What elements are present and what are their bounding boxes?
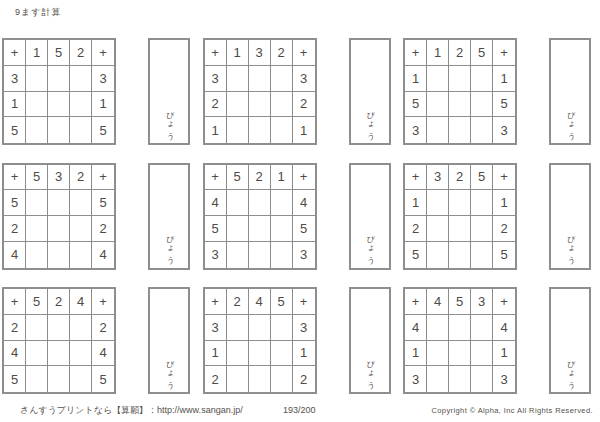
operator-cell: + (493, 289, 515, 315)
time-unit-label: びょう (164, 230, 175, 260)
row-header-cell: 5 (405, 242, 427, 268)
answer-cell (271, 242, 293, 268)
row-header-cell: 3 (293, 66, 315, 92)
row-header-cell: 5 (293, 216, 315, 242)
answer-cell (70, 315, 92, 341)
time-box: びょう (549, 163, 591, 270)
worksheet-page: 9ます計算 +152+331155 びょう +132+332211 びょう +1… (0, 0, 600, 422)
answer-cell (471, 66, 493, 92)
answer-cell (427, 242, 449, 268)
row-header-cell: 3 (205, 66, 227, 92)
row-header-cell: 4 (92, 242, 114, 268)
answer-cell (449, 92, 471, 118)
page-number: 193/200 (283, 405, 316, 415)
answer-cell (249, 117, 271, 143)
calculation-grid: +524+224455 (2, 287, 116, 394)
col-header-cell: 4 (249, 289, 271, 315)
answer-cell (427, 66, 449, 92)
puzzle-unit-3: +125+115533 びょう (403, 38, 600, 145)
row-header-cell: 3 (205, 242, 227, 268)
answer-cell (48, 341, 70, 367)
row-header-cell: 4 (92, 341, 114, 367)
row-header-cell: 5 (92, 190, 114, 216)
operator-cell: + (293, 165, 315, 191)
answer-cell (427, 216, 449, 242)
answer-cell (227, 92, 249, 118)
row-header-cell: 2 (405, 216, 427, 242)
answer-cell (271, 117, 293, 143)
row-header-cell: 5 (92, 366, 114, 392)
col-header-cell: 1 (271, 165, 293, 191)
time-unit-label: びょう (164, 106, 175, 136)
row-header-cell: 5 (405, 92, 427, 118)
answer-cell (48, 242, 70, 268)
answer-cell (26, 216, 48, 242)
answer-cell (70, 366, 92, 392)
col-header-cell: 5 (471, 165, 493, 191)
answer-cell (271, 92, 293, 118)
answer-cell (48, 216, 70, 242)
time-unit-label: びょう (364, 355, 375, 385)
answer-cell (26, 92, 48, 118)
answer-cell (70, 92, 92, 118)
operator-cell: + (493, 165, 515, 191)
col-header-cell: 2 (70, 40, 92, 66)
answer-cell (471, 117, 493, 143)
time-unit-label: びょう (565, 230, 576, 260)
col-header-cell: 3 (427, 165, 449, 191)
answer-cell (227, 315, 249, 341)
col-header-cell: 2 (70, 165, 92, 191)
row-header-cell: 1 (493, 66, 515, 92)
row-header-cell: 3 (493, 117, 515, 143)
row-header-cell: 1 (405, 341, 427, 367)
answer-cell (48, 66, 70, 92)
col-header-cell: 5 (26, 289, 48, 315)
row-header-cell: 1 (293, 117, 315, 143)
col-header-cell: 1 (427, 40, 449, 66)
answer-cell (427, 92, 449, 118)
operator-cell: + (205, 165, 227, 191)
answer-cell (249, 216, 271, 242)
operator-cell: + (92, 165, 114, 191)
row-header-cell: 3 (293, 315, 315, 341)
answer-cell (427, 341, 449, 367)
puzzle-unit-6: +325+112255 びょう (403, 163, 600, 270)
answer-cell (449, 117, 471, 143)
answer-cell (70, 242, 92, 268)
col-header-cell: 5 (471, 40, 493, 66)
time-unit-label: びょう (565, 355, 576, 385)
row-header-cell: 5 (4, 117, 26, 143)
row-header-cell: 3 (405, 366, 427, 392)
row-header-cell: 1 (405, 190, 427, 216)
time-box: びょう (549, 38, 591, 145)
operator-cell: + (4, 165, 26, 191)
answer-cell (427, 117, 449, 143)
answer-cell (48, 366, 70, 392)
answer-cell (26, 117, 48, 143)
time-box: びょう (349, 287, 391, 394)
col-header-cell: 4 (427, 289, 449, 315)
answer-cell (227, 216, 249, 242)
row-header-cell: 5 (4, 366, 26, 392)
answer-cell (471, 315, 493, 341)
answer-cell (249, 66, 271, 92)
row-header-cell: 2 (92, 216, 114, 242)
col-header-cell: 5 (449, 289, 471, 315)
puzzle-unit-7: +524+224455 びょう (2, 287, 202, 394)
puzzle-unit-8: +245+331122 びょう (203, 287, 403, 394)
col-header-cell: 1 (227, 40, 249, 66)
page-title: 9ます計算 (15, 6, 61, 19)
answer-cell (449, 190, 471, 216)
answer-cell (249, 341, 271, 367)
answer-cell (227, 66, 249, 92)
puzzle-unit-1: +152+331155 びょう (2, 38, 202, 145)
answer-cell (271, 315, 293, 341)
col-header-cell: 5 (271, 289, 293, 315)
operator-cell: + (4, 40, 26, 66)
row-header-cell: 5 (4, 190, 26, 216)
row-header-cell: 1 (493, 341, 515, 367)
time-unit-label: びょう (364, 106, 375, 136)
time-unit-label: びょう (565, 106, 576, 136)
answer-cell (471, 242, 493, 268)
answer-cell (249, 366, 271, 392)
time-box: びょう (148, 163, 190, 270)
answer-cell (227, 341, 249, 367)
answer-cell (227, 117, 249, 143)
answer-cell (70, 117, 92, 143)
answer-cell (471, 341, 493, 367)
answer-cell (471, 190, 493, 216)
row-header-cell: 2 (293, 366, 315, 392)
answer-cell (271, 216, 293, 242)
calculation-grid: +132+332211 (203, 38, 317, 145)
row-header-cell: 1 (293, 341, 315, 367)
col-header-cell: 3 (471, 289, 493, 315)
operator-cell: + (205, 40, 227, 66)
col-header-cell: 4 (70, 289, 92, 315)
calculation-grid: +532+552244 (2, 163, 116, 270)
answer-cell (26, 242, 48, 268)
answer-cell (227, 190, 249, 216)
col-header-cell: 2 (449, 40, 471, 66)
time-unit-label: びょう (164, 355, 175, 385)
answer-cell (249, 315, 271, 341)
row-header-cell: 1 (92, 92, 114, 118)
answer-cell (449, 66, 471, 92)
operator-cell: + (205, 289, 227, 315)
answer-cell (48, 117, 70, 143)
col-header-cell: 2 (48, 289, 70, 315)
row-header-cell: 4 (293, 190, 315, 216)
row-header-cell: 3 (205, 315, 227, 341)
row-header-cell: 3 (405, 117, 427, 143)
row-header-cell: 1 (4, 92, 26, 118)
col-header-cell: 5 (227, 165, 249, 191)
calculation-grid: +125+115533 (403, 38, 517, 145)
answer-cell (70, 341, 92, 367)
col-header-cell: 2 (249, 165, 271, 191)
operator-cell: + (293, 40, 315, 66)
answer-cell (449, 216, 471, 242)
answer-cell (48, 190, 70, 216)
puzzle-unit-2: +132+332211 びょう (203, 38, 403, 145)
answer-cell (449, 242, 471, 268)
time-unit-label: びょう (364, 230, 375, 260)
answer-cell (449, 341, 471, 367)
row-header-cell: 5 (493, 92, 515, 118)
operator-cell: + (293, 289, 315, 315)
answer-cell (48, 92, 70, 118)
row-header-cell: 3 (293, 242, 315, 268)
answer-cell (227, 242, 249, 268)
col-header-cell: 2 (271, 40, 293, 66)
puzzle-unit-9: +453+441133 びょう (403, 287, 600, 394)
calculation-grid: +325+112255 (403, 163, 517, 270)
answer-cell (427, 315, 449, 341)
answer-cell (471, 216, 493, 242)
answer-cell (449, 366, 471, 392)
row-header-cell: 1 (205, 341, 227, 367)
row-header-cell: 4 (205, 190, 227, 216)
row-header-cell: 1 (205, 117, 227, 143)
row-header-cell: 2 (92, 315, 114, 341)
row-header-cell: 1 (405, 66, 427, 92)
row-header-cell: 3 (92, 66, 114, 92)
calculation-grid: +453+441133 (403, 287, 517, 394)
answer-cell (26, 315, 48, 341)
operator-cell: + (4, 289, 26, 315)
answer-cell (26, 190, 48, 216)
answer-cell (271, 190, 293, 216)
row-header-cell: 2 (205, 366, 227, 392)
col-header-cell: 5 (26, 165, 48, 191)
puzzle-unit-5: +521+445533 びょう (203, 163, 403, 270)
col-header-cell: 3 (249, 40, 271, 66)
row-header-cell: 3 (493, 366, 515, 392)
row-header-cell: 5 (493, 242, 515, 268)
answer-cell (26, 341, 48, 367)
operator-cell: + (92, 289, 114, 315)
puzzle-unit-4: +532+552244 びょう (2, 163, 202, 270)
row-header-cell: 4 (405, 315, 427, 341)
answer-cell (249, 92, 271, 118)
answer-cell (427, 190, 449, 216)
row-header-cell: 3 (4, 66, 26, 92)
row-header-cell: 4 (4, 242, 26, 268)
operator-cell: + (92, 40, 114, 66)
row-header-cell: 5 (92, 117, 114, 143)
operator-cell: + (405, 289, 427, 315)
answer-cell (271, 366, 293, 392)
row-header-cell: 2 (4, 315, 26, 341)
answer-cell (471, 92, 493, 118)
answer-cell (471, 366, 493, 392)
time-box: びょう (549, 287, 591, 394)
puzzle-area: +152+331155 びょう +132+332211 びょう +125+115… (2, 38, 600, 394)
time-box: びょう (349, 38, 391, 145)
row-header-cell: 4 (4, 341, 26, 367)
answer-cell (227, 366, 249, 392)
col-header-cell: 5 (48, 40, 70, 66)
row-header-cell: 5 (205, 216, 227, 242)
col-header-cell: 2 (449, 165, 471, 191)
operator-cell: + (405, 40, 427, 66)
answer-cell (70, 66, 92, 92)
operator-cell: + (493, 40, 515, 66)
copyright-notice: Copyright © Alpha, Inc All Rights Reserv… (431, 406, 593, 415)
row-header-cell: 2 (205, 92, 227, 118)
answer-cell (249, 242, 271, 268)
calculation-grid: +521+445533 (203, 163, 317, 270)
answer-cell (70, 190, 92, 216)
time-box: びょう (148, 38, 190, 145)
calculation-grid: +152+331155 (2, 38, 116, 145)
col-header-cell: 2 (227, 289, 249, 315)
time-box: びょう (349, 163, 391, 270)
footer-site-link: さんすうプリントなら【算願】：http://www.sangan.jp/ (20, 404, 243, 417)
operator-cell: + (405, 165, 427, 191)
row-header-cell: 2 (293, 92, 315, 118)
answer-cell (26, 66, 48, 92)
answer-cell (249, 190, 271, 216)
row-header-cell: 2 (4, 216, 26, 242)
col-header-cell: 1 (26, 40, 48, 66)
row-header-cell: 1 (493, 190, 515, 216)
col-header-cell: 3 (48, 165, 70, 191)
calculation-grid: +245+331122 (203, 287, 317, 394)
answer-cell (70, 216, 92, 242)
answer-cell (427, 366, 449, 392)
answer-cell (26, 366, 48, 392)
answer-cell (271, 341, 293, 367)
row-header-cell: 4 (493, 315, 515, 341)
time-box: びょう (148, 287, 190, 394)
answer-cell (271, 66, 293, 92)
answer-cell (48, 315, 70, 341)
footer: さんすうプリントなら【算願】：http://www.sangan.jp/ 193… (0, 404, 600, 420)
row-header-cell: 2 (493, 216, 515, 242)
answer-cell (449, 315, 471, 341)
